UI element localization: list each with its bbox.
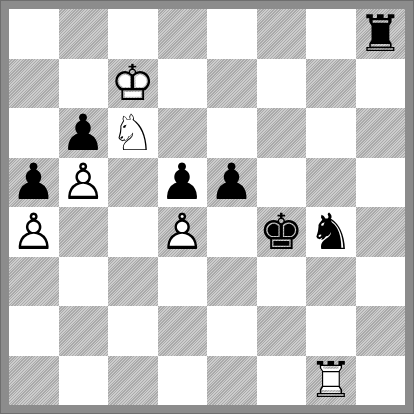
square-a1[interactable]	[9, 356, 59, 406]
square-d6[interactable]	[158, 108, 208, 158]
square-d4[interactable]: ♟♙	[158, 207, 208, 257]
piece-glyph-solid: ♟	[61, 108, 106, 158]
piece-white-pawn[interactable]: ♟♙	[59, 158, 109, 208]
square-e5[interactable]: ♟	[207, 158, 257, 208]
square-b7[interactable]	[59, 59, 109, 109]
piece-glyph-outline: ♙	[11, 207, 56, 257]
square-f7[interactable]	[257, 59, 307, 109]
piece-glyph-outline: ♙	[160, 207, 205, 257]
piece-glyph-outline: ♖	[308, 355, 353, 405]
square-f2[interactable]	[257, 306, 307, 356]
square-d2[interactable]	[158, 306, 208, 356]
square-f1[interactable]	[257, 356, 307, 406]
piece-white-pawn[interactable]: ♟♙	[158, 207, 208, 257]
square-f3[interactable]	[257, 257, 307, 307]
square-b4[interactable]	[59, 207, 109, 257]
piece-glyph-outline: ♘	[110, 108, 155, 158]
square-b8[interactable]	[59, 9, 109, 59]
square-g4[interactable]: ♞	[306, 207, 356, 257]
square-d8[interactable]	[158, 9, 208, 59]
square-a8[interactable]	[9, 9, 59, 59]
square-g2[interactable]	[306, 306, 356, 356]
square-b2[interactable]	[59, 306, 109, 356]
square-a3[interactable]	[9, 257, 59, 307]
square-a7[interactable]	[9, 59, 59, 109]
square-e2[interactable]	[207, 306, 257, 356]
piece-black-pawn[interactable]: ♟	[9, 158, 59, 208]
piece-glyph-solid: ♟	[160, 157, 205, 207]
piece-white-king[interactable]: ♚♔	[108, 59, 158, 109]
piece-white-pawn[interactable]: ♟♙	[9, 207, 59, 257]
piece-glyph-outline: ♙	[61, 157, 106, 207]
board-frame: ♜♚♔♟♞♘♟♟♙♟♟♟♙♟♙♚♞♜♖	[0, 0, 414, 414]
square-d3[interactable]	[158, 257, 208, 307]
piece-white-knight[interactable]: ♞♘	[108, 108, 158, 158]
square-h7[interactable]	[356, 59, 406, 109]
piece-glyph-solid: ♟	[209, 157, 254, 207]
piece-glyph-solid: ♞	[308, 207, 353, 257]
square-a4[interactable]: ♟♙	[9, 207, 59, 257]
square-a5[interactable]: ♟	[9, 158, 59, 208]
piece-black-pawn[interactable]: ♟	[59, 108, 109, 158]
square-h1[interactable]	[356, 356, 406, 406]
square-g7[interactable]	[306, 59, 356, 109]
square-a6[interactable]	[9, 108, 59, 158]
square-b6[interactable]: ♟	[59, 108, 109, 158]
square-c1[interactable]	[108, 356, 158, 406]
square-b1[interactable]	[59, 356, 109, 406]
square-d5[interactable]: ♟	[158, 158, 208, 208]
square-c6[interactable]: ♞♘	[108, 108, 158, 158]
square-c8[interactable]	[108, 9, 158, 59]
square-e6[interactable]	[207, 108, 257, 158]
square-f6[interactable]	[257, 108, 307, 158]
piece-black-knight[interactable]: ♞	[306, 207, 356, 257]
square-g5[interactable]	[306, 158, 356, 208]
square-b3[interactable]	[59, 257, 109, 307]
square-e8[interactable]	[207, 9, 257, 59]
square-c2[interactable]	[108, 306, 158, 356]
square-e4[interactable]	[207, 207, 257, 257]
square-d1[interactable]	[158, 356, 208, 406]
square-h4[interactable]	[356, 207, 406, 257]
square-h5[interactable]	[356, 158, 406, 208]
square-c5[interactable]	[108, 158, 158, 208]
chess-board: ♜♚♔♟♞♘♟♟♙♟♟♟♙♟♙♚♞♜♖	[9, 9, 405, 405]
square-e7[interactable]	[207, 59, 257, 109]
square-c4[interactable]	[108, 207, 158, 257]
square-g1[interactable]: ♜♖	[306, 356, 356, 406]
square-h2[interactable]	[356, 306, 406, 356]
square-h3[interactable]	[356, 257, 406, 307]
square-f4[interactable]: ♚	[257, 207, 307, 257]
square-c7[interactable]: ♚♔	[108, 59, 158, 109]
piece-black-pawn[interactable]: ♟	[207, 158, 257, 208]
square-f8[interactable]	[257, 9, 307, 59]
square-e1[interactable]	[207, 356, 257, 406]
square-h8[interactable]: ♜	[356, 9, 406, 59]
piece-glyph-solid: ♚	[259, 207, 304, 257]
square-e3[interactable]	[207, 257, 257, 307]
square-g6[interactable]	[306, 108, 356, 158]
square-a2[interactable]	[9, 306, 59, 356]
piece-black-pawn[interactable]: ♟	[158, 158, 208, 208]
piece-black-king[interactable]: ♚	[257, 207, 307, 257]
square-g3[interactable]	[306, 257, 356, 307]
square-b5[interactable]: ♟♙	[59, 158, 109, 208]
square-f5[interactable]	[257, 158, 307, 208]
piece-black-rook[interactable]: ♜	[356, 9, 406, 59]
piece-glyph-outline: ♔	[110, 58, 155, 108]
piece-glyph-solid: ♜	[358, 9, 403, 59]
square-c3[interactable]	[108, 257, 158, 307]
piece-glyph-solid: ♟	[11, 157, 56, 207]
piece-white-rook[interactable]: ♜♖	[306, 356, 356, 406]
square-d7[interactable]	[158, 59, 208, 109]
square-g8[interactable]	[306, 9, 356, 59]
square-h6[interactable]	[356, 108, 406, 158]
